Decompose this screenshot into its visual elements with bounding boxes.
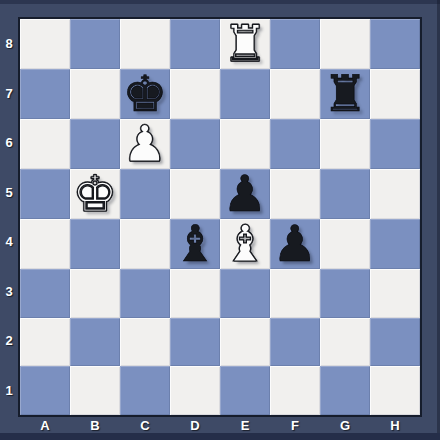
white-pawn[interactable]: ♟︎: [123, 119, 168, 169]
square-a8[interactable]: [20, 19, 70, 69]
square-h8[interactable]: [370, 19, 420, 69]
square-g2[interactable]: [320, 318, 370, 367]
square-c7[interactable]: ♚: [120, 69, 170, 119]
square-b3[interactable]: [70, 269, 120, 318]
file-label-c: C: [120, 417, 170, 433]
file-label-b: B: [70, 417, 120, 433]
square-d1[interactable]: [170, 366, 220, 415]
black-rook[interactable]: ♜: [323, 69, 368, 119]
square-b2[interactable]: [70, 318, 120, 367]
black-pawn[interactable]: ♟︎: [273, 219, 318, 269]
square-b1[interactable]: [70, 366, 120, 415]
file-label-g: G: [320, 417, 370, 433]
chess-diagram: ♜♚♜♟︎♚♟︎♝♝♟︎ 87654321 ABCDEFGH: [0, 0, 440, 440]
frame-bottom-strip: [0, 433, 440, 440]
rank-label-1: 1: [0, 366, 18, 416]
file-label-a: A: [20, 417, 70, 433]
square-c6[interactable]: ♟︎: [120, 119, 170, 169]
square-d5[interactable]: [170, 169, 220, 219]
square-h2[interactable]: [370, 318, 420, 367]
square-f4[interactable]: ♟︎: [270, 219, 320, 269]
file-label-h: H: [370, 417, 420, 433]
rank-label-5: 5: [0, 168, 18, 218]
square-a6[interactable]: [20, 119, 70, 169]
square-h4[interactable]: [370, 219, 420, 269]
white-king[interactable]: ♚: [73, 169, 118, 219]
square-d8[interactable]: [170, 19, 220, 69]
square-f1[interactable]: [270, 366, 320, 415]
square-e8[interactable]: ♜: [220, 19, 270, 69]
square-f3[interactable]: [270, 269, 320, 318]
rank-label-4: 4: [0, 217, 18, 267]
rank-label-8: 8: [0, 19, 18, 69]
square-a2[interactable]: [20, 318, 70, 367]
square-g3[interactable]: [320, 269, 370, 318]
square-e4[interactable]: ♝: [220, 219, 270, 269]
black-king[interactable]: ♚: [123, 69, 168, 119]
square-h1[interactable]: [370, 366, 420, 415]
square-c1[interactable]: [120, 366, 170, 415]
rank-label-7: 7: [0, 69, 18, 119]
square-e6[interactable]: [220, 119, 270, 169]
black-pawn[interactable]: ♟︎: [223, 169, 268, 219]
black-bishop[interactable]: ♝: [173, 219, 218, 269]
square-a4[interactable]: [20, 219, 70, 269]
square-f8[interactable]: [270, 19, 320, 69]
square-f2[interactable]: [270, 318, 320, 367]
rank-label-2: 2: [0, 316, 18, 366]
square-b7[interactable]: [70, 69, 120, 119]
square-c8[interactable]: [120, 19, 170, 69]
white-rook[interactable]: ♜: [223, 19, 268, 69]
square-b5[interactable]: ♚: [70, 169, 120, 219]
square-d6[interactable]: [170, 119, 220, 169]
square-g8[interactable]: [320, 19, 370, 69]
square-g7[interactable]: ♜: [320, 69, 370, 119]
square-f5[interactable]: [270, 169, 320, 219]
square-c4[interactable]: [120, 219, 170, 269]
square-g1[interactable]: [320, 366, 370, 415]
square-e2[interactable]: [220, 318, 270, 367]
square-g6[interactable]: [320, 119, 370, 169]
square-h7[interactable]: [370, 69, 420, 119]
square-c2[interactable]: [120, 318, 170, 367]
square-h3[interactable]: [370, 269, 420, 318]
square-g4[interactable]: [320, 219, 370, 269]
frame-top-edge: [0, 0, 440, 4]
square-h6[interactable]: [370, 119, 420, 169]
rank-labels: 87654321: [0, 19, 18, 415]
square-e7[interactable]: [220, 69, 270, 119]
square-a5[interactable]: [20, 169, 70, 219]
board: ♜♚♜♟︎♚♟︎♝♝♟︎: [18, 17, 422, 417]
square-d2[interactable]: [170, 318, 220, 367]
square-d3[interactable]: [170, 269, 220, 318]
file-labels: ABCDEFGH: [20, 417, 420, 433]
rank-label-3: 3: [0, 267, 18, 317]
square-e3[interactable]: [220, 269, 270, 318]
square-c5[interactable]: [120, 169, 170, 219]
square-g5[interactable]: [320, 169, 370, 219]
square-h5[interactable]: [370, 169, 420, 219]
square-e5[interactable]: ♟︎: [220, 169, 270, 219]
rank-label-6: 6: [0, 118, 18, 168]
file-label-d: D: [170, 417, 220, 433]
square-f7[interactable]: [270, 69, 320, 119]
square-c3[interactable]: [120, 269, 170, 318]
square-e1[interactable]: [220, 366, 270, 415]
square-d4[interactable]: ♝: [170, 219, 220, 269]
square-d7[interactable]: [170, 69, 220, 119]
white-bishop[interactable]: ♝: [223, 219, 268, 269]
square-b8[interactable]: [70, 19, 120, 69]
square-f6[interactable]: [270, 119, 320, 169]
square-a3[interactable]: [20, 269, 70, 318]
square-b6[interactable]: [70, 119, 120, 169]
square-a7[interactable]: [20, 69, 70, 119]
square-b4[interactable]: [70, 219, 120, 269]
square-a1[interactable]: [20, 366, 70, 415]
file-label-e: E: [220, 417, 270, 433]
file-label-f: F: [270, 417, 320, 433]
